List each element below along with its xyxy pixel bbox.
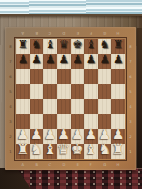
black-rook-h8[interactable]: ♜ (113, 39, 123, 50)
square-c6[interactable] (43, 69, 57, 84)
square-h1[interactable]: ♜ (111, 144, 125, 159)
chess-scene: ABCDEFGH ABCDEFGH 87654321 87654321 ♜♞♝♛… (0, 0, 142, 189)
black-king-e8[interactable]: ♚ (72, 39, 82, 50)
white-pawn-b2[interactable]: ♟ (30, 128, 42, 142)
square-g4[interactable] (98, 99, 112, 114)
square-d7[interactable]: ♟ (57, 54, 71, 69)
white-knight-b1[interactable]: ♞ (30, 142, 43, 156)
square-c7[interactable]: ♟ (43, 54, 57, 69)
table-right-edge (137, 28, 142, 189)
square-c4[interactable] (43, 99, 57, 114)
white-king-e1[interactable]: ♚ (71, 142, 84, 156)
black-pawn-c7[interactable]: ♟ (45, 54, 55, 65)
rank-label-8: 8 (128, 41, 134, 50)
square-c1[interactable]: ♝ (43, 144, 57, 159)
square-f4[interactable] (84, 99, 98, 114)
square-f5[interactable] (84, 84, 98, 99)
square-g7[interactable]: ♟ (98, 54, 112, 69)
rank-label-8: 8 (8, 41, 14, 50)
square-a5[interactable] (16, 84, 30, 99)
rank-label-7: 7 (8, 56, 14, 65)
file-label-g: G (100, 162, 108, 168)
file-label-c: C (46, 31, 54, 37)
square-b4[interactable] (30, 99, 44, 114)
square-f7[interactable]: ♟ (84, 54, 98, 69)
square-h5[interactable] (111, 84, 125, 99)
file-label-h: H (114, 162, 122, 168)
white-knight-g1[interactable]: ♞ (98, 142, 111, 156)
square-g6[interactable] (98, 69, 112, 84)
white-pawn-g2[interactable]: ♟ (98, 128, 110, 142)
square-g1[interactable]: ♞ (98, 144, 112, 159)
file-label-e: E (73, 162, 81, 168)
square-d6[interactable] (57, 69, 71, 84)
black-pawn-h7[interactable]: ♟ (113, 54, 123, 65)
file-label-h: H (114, 31, 122, 37)
square-f1[interactable]: ♝ (84, 144, 98, 159)
square-e6[interactable] (71, 69, 85, 84)
file-label-b: B (32, 162, 40, 168)
white-pawn-h2[interactable]: ♟ (112, 128, 124, 142)
black-knight-g8[interactable]: ♞ (100, 39, 110, 50)
black-bishop-f8[interactable]: ♝ (86, 39, 96, 50)
file-label-d: D (59, 162, 67, 168)
board-grid: ♜♞♝♛♚♝♞♜♟♟♟♟♟♟♟♟♟♟♟♟♟♟♟♟♜♞♝♛♚♝♞♜ (16, 39, 125, 159)
rank-labels-right: 87654321 (126, 39, 135, 159)
white-pawn-c2[interactable]: ♟ (44, 128, 56, 142)
file-label-f: F (87, 162, 95, 168)
black-bishop-c8[interactable]: ♝ (45, 39, 55, 50)
square-b5[interactable] (30, 84, 44, 99)
black-pawn-f7[interactable]: ♟ (86, 54, 96, 65)
square-f6[interactable] (84, 69, 98, 84)
rank-label-2: 2 (8, 131, 14, 140)
square-b1[interactable]: ♞ (30, 144, 44, 159)
rank-label-7: 7 (128, 56, 134, 65)
rank-label-2: 2 (128, 131, 134, 140)
square-h7[interactable]: ♟ (111, 54, 125, 69)
black-rook-a8[interactable]: ♜ (18, 39, 28, 50)
square-d4[interactable] (57, 99, 71, 114)
white-bishop-f1[interactable]: ♝ (85, 142, 98, 156)
white-queen-d1[interactable]: ♛ (57, 142, 70, 156)
black-queen-d8[interactable]: ♛ (59, 39, 69, 50)
square-h4[interactable] (111, 99, 125, 114)
square-a7[interactable]: ♟ (16, 54, 30, 69)
square-a4[interactable] (16, 99, 30, 114)
white-pawn-e2[interactable]: ♟ (71, 128, 83, 142)
black-pawn-a7[interactable]: ♟ (18, 54, 28, 65)
white-pawn-d2[interactable]: ♟ (58, 128, 70, 142)
black-pawn-g7[interactable]: ♟ (99, 54, 109, 65)
rank-label-3: 3 (128, 116, 134, 125)
square-a1[interactable]: ♜ (16, 144, 30, 159)
square-h6[interactable] (111, 69, 125, 84)
square-d1[interactable]: ♛ (57, 144, 71, 159)
rank-label-5: 5 (8, 86, 14, 95)
white-pawn-f2[interactable]: ♟ (85, 128, 97, 142)
square-c5[interactable] (43, 84, 57, 99)
white-rook-a1[interactable]: ♜ (16, 142, 29, 156)
white-pawn-a2[interactable]: ♟ (17, 128, 29, 142)
sill-shadow (0, 16, 142, 19)
square-e1[interactable]: ♚ (71, 144, 85, 159)
file-label-d: D (59, 31, 67, 37)
square-e5[interactable] (71, 84, 85, 99)
black-pawn-d7[interactable]: ♟ (59, 54, 69, 65)
rank-label-6: 6 (8, 71, 14, 80)
rank-label-1: 1 (128, 146, 134, 155)
square-d5[interactable] (57, 84, 71, 99)
rank-label-5: 5 (128, 86, 134, 95)
square-g5[interactable] (98, 84, 112, 99)
file-labels-top: ABCDEFGH (16, 29, 125, 38)
rank-label-3: 3 (8, 116, 14, 125)
black-pawn-b7[interactable]: ♟ (31, 54, 41, 65)
file-label-a: A (19, 31, 27, 37)
square-e4[interactable] (71, 99, 85, 114)
file-label-c: C (46, 162, 54, 168)
file-labels-bottom: ABCDEFGH (16, 160, 125, 169)
square-b7[interactable]: ♟ (30, 54, 44, 69)
black-pawn-e7[interactable]: ♟ (72, 54, 82, 65)
file-label-f: F (87, 31, 95, 37)
white-rook-h1[interactable]: ♜ (112, 142, 125, 156)
file-label-e: E (73, 31, 81, 37)
file-label-a: A (19, 162, 27, 168)
white-bishop-c1[interactable]: ♝ (44, 142, 57, 156)
square-b6[interactable] (30, 69, 44, 84)
rank-label-1: 1 (8, 146, 14, 155)
chess-board: ABCDEFGH ABCDEFGH 87654321 87654321 ♜♞♝♛… (5, 27, 136, 170)
rank-label-4: 4 (8, 101, 14, 110)
rank-labels-left: 87654321 (6, 39, 15, 159)
file-label-g: G (100, 31, 108, 37)
square-a6[interactable] (16, 69, 30, 84)
rank-label-6: 6 (128, 71, 134, 80)
rank-label-4: 4 (128, 101, 134, 110)
window-sill (0, 0, 142, 16)
square-e7[interactable]: ♟ (71, 54, 85, 69)
black-knight-b8[interactable]: ♞ (32, 39, 42, 50)
file-label-b: B (32, 31, 40, 37)
